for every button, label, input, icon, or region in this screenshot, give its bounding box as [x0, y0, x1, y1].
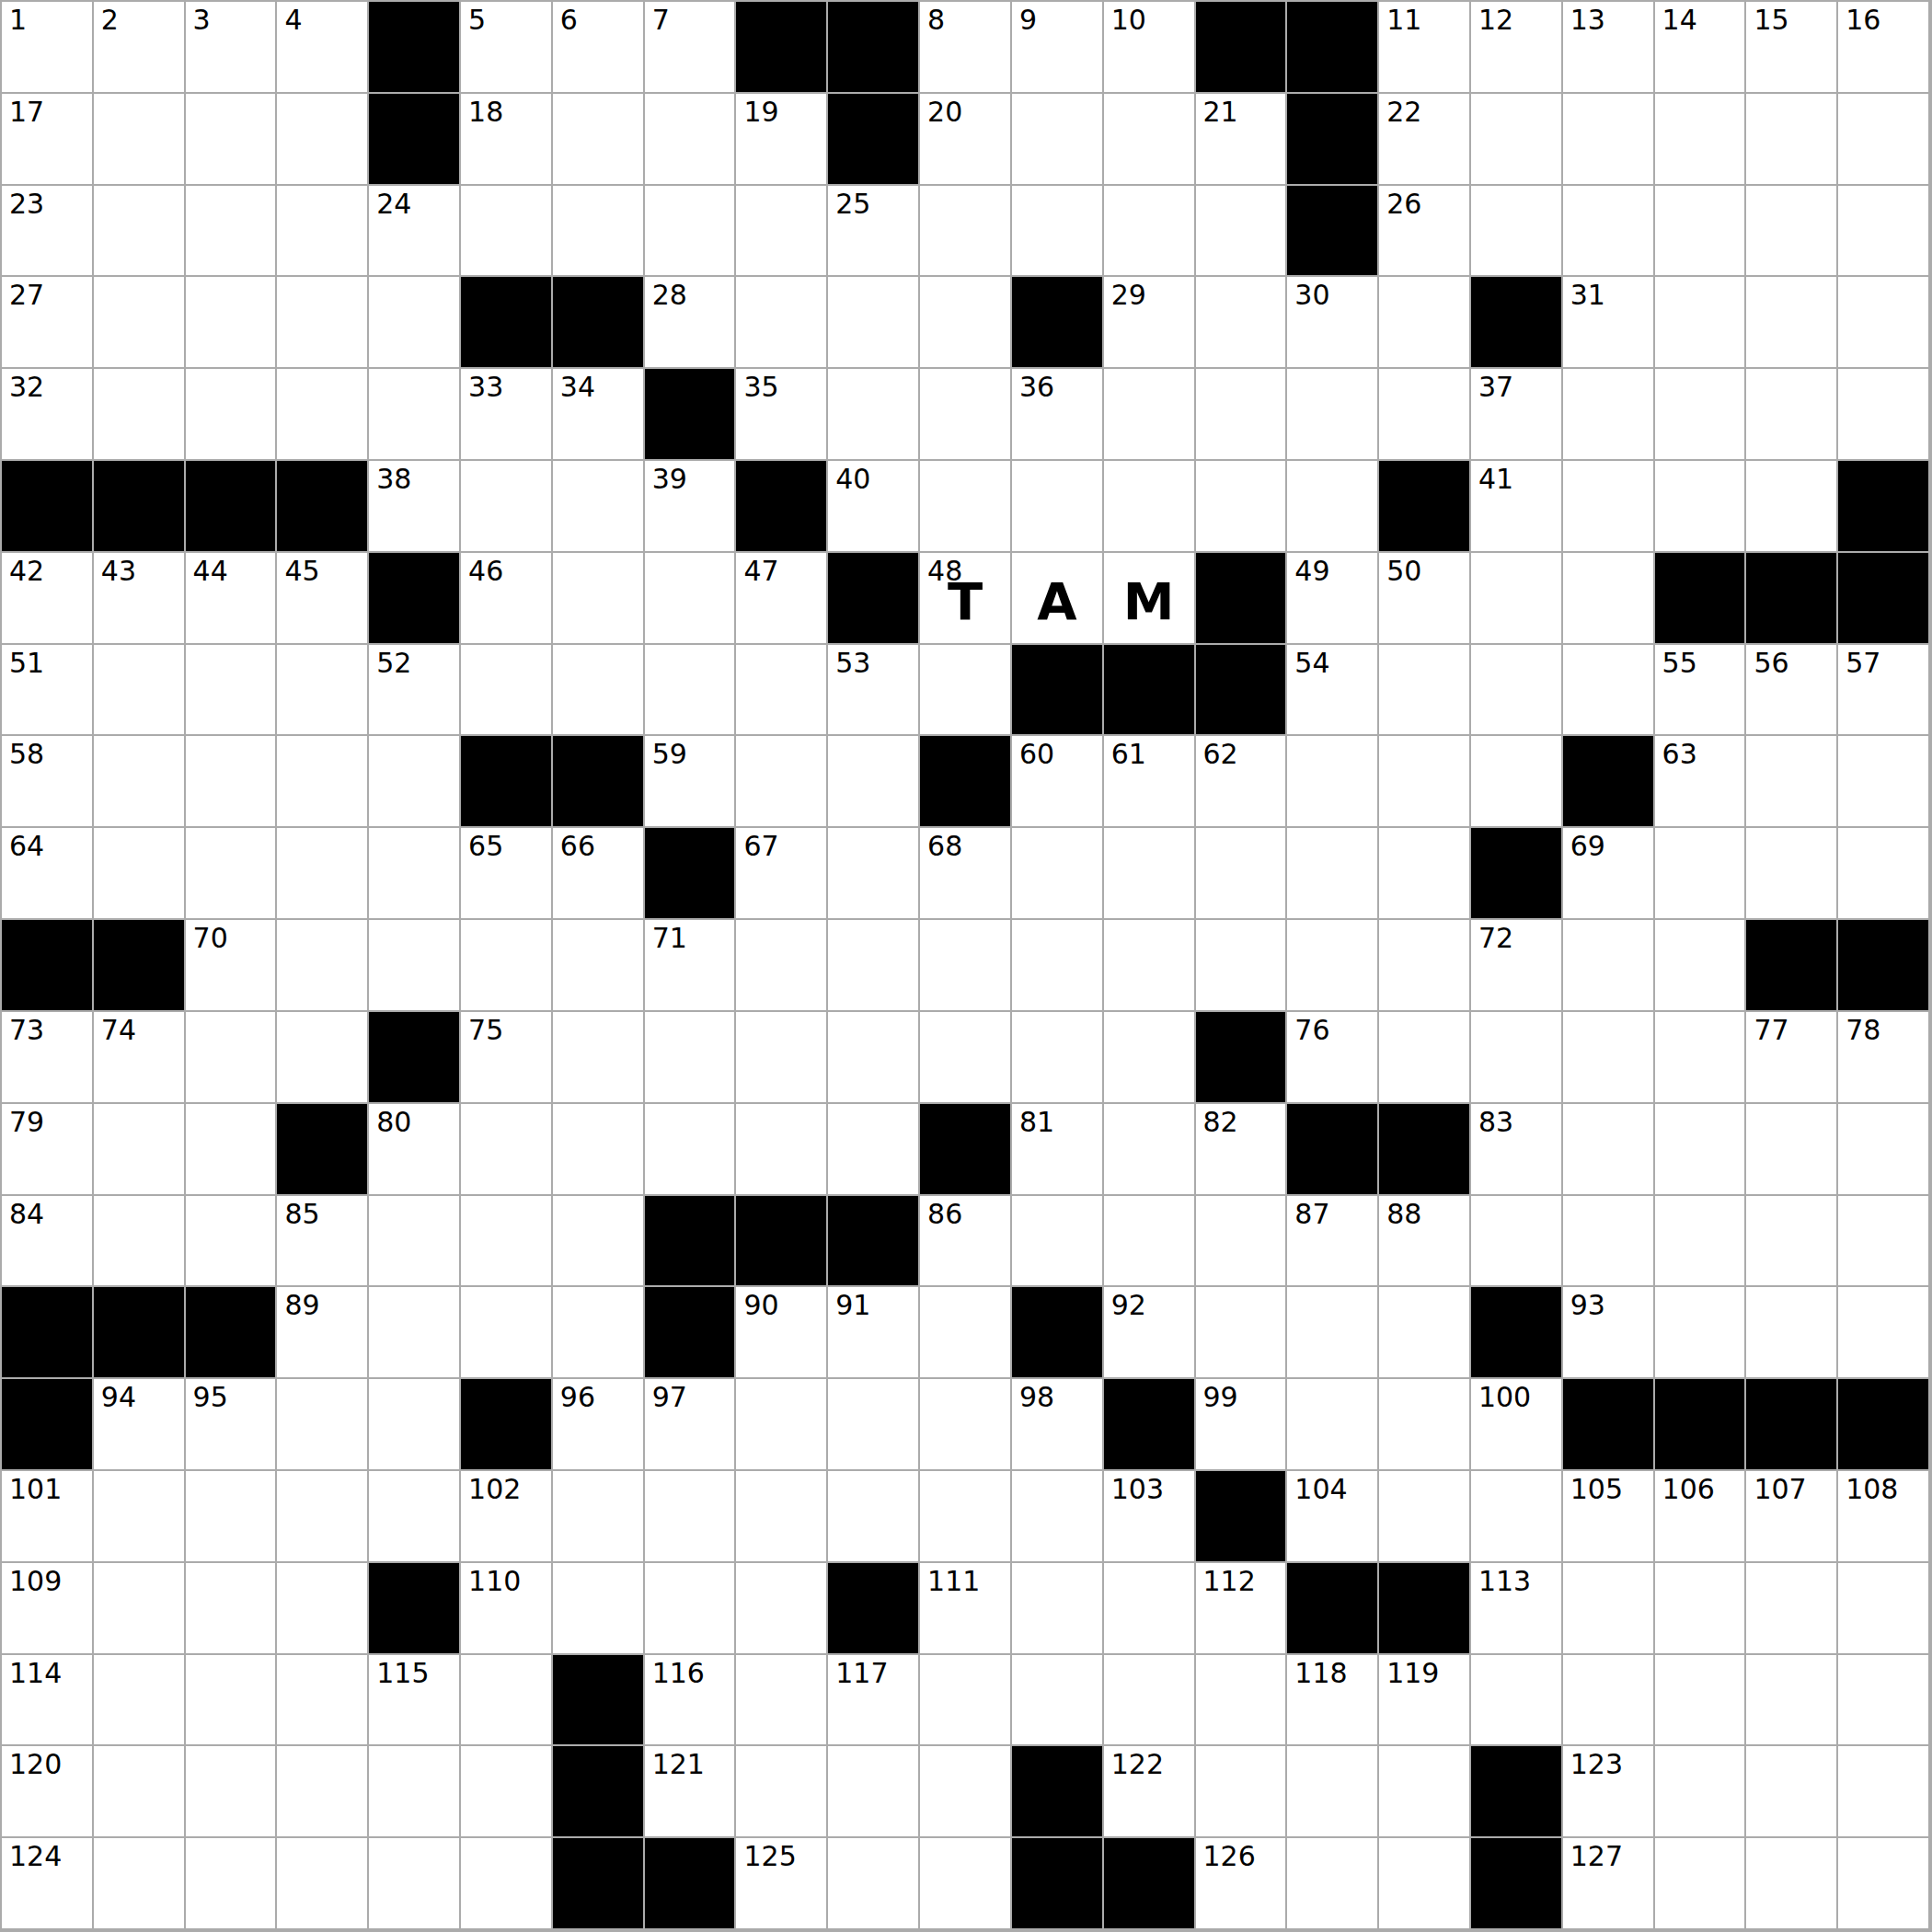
cell[interactable] — [1379, 1379, 1471, 1471]
cell[interactable] — [369, 277, 461, 369]
cell[interactable] — [1379, 369, 1471, 461]
cell[interactable] — [277, 1746, 369, 1838]
cell[interactable] — [1838, 1746, 1930, 1838]
cell[interactable]: 123 — [1563, 1746, 1655, 1838]
cell[interactable]: 114 — [2, 1655, 94, 1747]
cell[interactable] — [1838, 1655, 1930, 1747]
cell[interactable] — [645, 94, 737, 186]
cell[interactable] — [1563, 1012, 1655, 1104]
cell[interactable] — [1287, 1746, 1379, 1838]
cell[interactable] — [1838, 828, 1930, 920]
cell[interactable] — [828, 828, 920, 920]
cell[interactable]: 117 — [828, 1655, 920, 1747]
cell[interactable] — [1104, 369, 1196, 461]
cell[interactable] — [186, 277, 278, 369]
cell[interactable] — [645, 186, 737, 278]
cell[interactable] — [828, 736, 920, 828]
cell[interactable] — [277, 1012, 369, 1104]
cell[interactable]: 22 — [1379, 94, 1471, 186]
cell[interactable] — [1563, 1104, 1655, 1196]
cell[interactable] — [1012, 1471, 1104, 1563]
cell[interactable] — [1655, 1104, 1747, 1196]
cell[interactable] — [1563, 186, 1655, 278]
cell[interactable] — [553, 1287, 645, 1379]
cell[interactable]: 103 — [1104, 1471, 1196, 1563]
cell[interactable] — [94, 1838, 186, 1930]
cell[interactable] — [920, 277, 1012, 369]
cell[interactable]: 58 — [2, 736, 94, 828]
cell[interactable]: 93 — [1563, 1287, 1655, 1379]
cell[interactable] — [1287, 1287, 1379, 1379]
cell[interactable] — [94, 1746, 186, 1838]
cell[interactable] — [1379, 1287, 1471, 1379]
cell[interactable] — [553, 94, 645, 186]
cell[interactable]: 23 — [2, 186, 94, 278]
cell[interactable] — [1196, 277, 1288, 369]
cell[interactable]: 121 — [645, 1746, 737, 1838]
cell[interactable] — [186, 828, 278, 920]
cell[interactable] — [461, 920, 553, 1012]
cell[interactable]: 99 — [1196, 1379, 1288, 1471]
cell[interactable]: 52 — [369, 645, 461, 737]
cell[interactable] — [920, 920, 1012, 1012]
cell[interactable] — [186, 1563, 278, 1655]
cell[interactable] — [553, 1104, 645, 1196]
cell[interactable] — [1471, 1655, 1563, 1747]
cell[interactable] — [277, 1838, 369, 1930]
cell[interactable] — [277, 645, 369, 737]
cell[interactable]: 41 — [1471, 461, 1563, 553]
cell[interactable] — [186, 1838, 278, 1930]
cell[interactable] — [186, 1471, 278, 1563]
cell[interactable]: 69 — [1563, 828, 1655, 920]
cell[interactable] — [186, 369, 278, 461]
cell[interactable] — [1655, 1655, 1747, 1747]
cell[interactable] — [461, 1838, 553, 1930]
cell[interactable] — [1471, 1196, 1563, 1288]
cell[interactable] — [1471, 553, 1563, 645]
cell[interactable] — [1746, 1746, 1838, 1838]
cell[interactable] — [645, 1471, 737, 1563]
cell[interactable] — [1379, 277, 1471, 369]
cell[interactable] — [94, 369, 186, 461]
cell[interactable] — [1104, 1563, 1196, 1655]
cell[interactable] — [828, 1012, 920, 1104]
cell[interactable] — [186, 1196, 278, 1288]
cell[interactable]: 111 — [920, 1563, 1012, 1655]
cell[interactable] — [1563, 1655, 1655, 1747]
cell[interactable] — [645, 553, 737, 645]
cell[interactable]: 110 — [461, 1563, 553, 1655]
cell[interactable]: 42 — [2, 553, 94, 645]
cell[interactable] — [920, 1012, 1012, 1104]
cell[interactable] — [553, 553, 645, 645]
cell[interactable] — [736, 1746, 828, 1838]
cell[interactable]: 33 — [461, 369, 553, 461]
cell[interactable] — [277, 736, 369, 828]
cell[interactable] — [1655, 461, 1747, 553]
cell[interactable] — [920, 1655, 1012, 1747]
cell[interactable] — [94, 1196, 186, 1288]
cell[interactable] — [1655, 1746, 1747, 1838]
cell[interactable]: 96 — [553, 1379, 645, 1471]
cell[interactable] — [94, 94, 186, 186]
cell[interactable] — [1104, 828, 1196, 920]
cell[interactable]: 16 — [1838, 2, 1930, 94]
cell[interactable] — [1379, 736, 1471, 828]
cell[interactable]: 102 — [461, 1471, 553, 1563]
cell[interactable] — [461, 1655, 553, 1747]
cell[interactable] — [920, 186, 1012, 278]
cell[interactable] — [1655, 94, 1747, 186]
cell[interactable] — [1196, 1655, 1288, 1747]
cell[interactable]: 105 — [1563, 1471, 1655, 1563]
cell[interactable] — [1563, 1563, 1655, 1655]
cell[interactable] — [1838, 277, 1930, 369]
cell[interactable]: 10 — [1104, 2, 1196, 94]
cell[interactable] — [94, 186, 186, 278]
cell[interactable]: 45 — [277, 553, 369, 645]
cell[interactable] — [920, 1287, 1012, 1379]
cell[interactable] — [1838, 186, 1930, 278]
cell[interactable]: 67 — [736, 828, 828, 920]
cell[interactable]: 72 — [1471, 920, 1563, 1012]
cell[interactable] — [920, 1471, 1012, 1563]
cell[interactable]: 32 — [2, 369, 94, 461]
cell[interactable]: 98 — [1012, 1379, 1104, 1471]
cell[interactable] — [736, 1655, 828, 1747]
cell[interactable] — [1746, 1838, 1838, 1930]
cell[interactable] — [277, 1471, 369, 1563]
cell[interactable] — [828, 1104, 920, 1196]
cell[interactable] — [1012, 94, 1104, 186]
cell[interactable] — [94, 277, 186, 369]
cell[interactable] — [1287, 736, 1379, 828]
cell[interactable] — [828, 1379, 920, 1471]
cell[interactable]: 88 — [1379, 1196, 1471, 1288]
cell[interactable] — [1563, 553, 1655, 645]
cell[interactable] — [736, 1471, 828, 1563]
cell[interactable] — [1379, 920, 1471, 1012]
cell[interactable] — [1196, 1287, 1288, 1379]
cell[interactable]: 60 — [1012, 736, 1104, 828]
cell[interactable]: 112 — [1196, 1563, 1288, 1655]
cell[interactable] — [94, 736, 186, 828]
cell[interactable] — [369, 920, 461, 1012]
cell[interactable] — [1196, 1746, 1288, 1838]
cell[interactable] — [186, 1104, 278, 1196]
cell[interactable] — [1471, 186, 1563, 278]
cell[interactable] — [277, 920, 369, 1012]
cell[interactable] — [1471, 736, 1563, 828]
cell[interactable]: 24 — [369, 186, 461, 278]
cell[interactable]: 34 — [553, 369, 645, 461]
cell[interactable] — [920, 1379, 1012, 1471]
cell[interactable] — [277, 369, 369, 461]
cell[interactable] — [1379, 1838, 1471, 1930]
cell[interactable] — [369, 828, 461, 920]
cell[interactable] — [1746, 1563, 1838, 1655]
cell[interactable] — [645, 1104, 737, 1196]
cell[interactable]: 18 — [461, 94, 553, 186]
cell[interactable]: 84 — [2, 1196, 94, 1288]
cell[interactable] — [1563, 94, 1655, 186]
cell[interactable] — [1287, 369, 1379, 461]
cell[interactable] — [461, 1196, 553, 1288]
cell[interactable]: 68 — [920, 828, 1012, 920]
cell[interactable]: 94 — [94, 1379, 186, 1471]
cell[interactable]: 101 — [2, 1471, 94, 1563]
cell[interactable]: 66 — [553, 828, 645, 920]
cell[interactable] — [1563, 369, 1655, 461]
cell[interactable] — [277, 186, 369, 278]
cell[interactable] — [1471, 94, 1563, 186]
cell[interactable] — [1746, 828, 1838, 920]
cell[interactable] — [645, 1563, 737, 1655]
cell[interactable] — [1838, 1838, 1930, 1930]
cell[interactable] — [186, 94, 278, 186]
cell[interactable] — [1196, 920, 1288, 1012]
cell[interactable]: 78 — [1838, 1012, 1930, 1104]
cell[interactable]: 51 — [2, 645, 94, 737]
cell[interactable] — [277, 1655, 369, 1747]
cell[interactable]: 108 — [1838, 1471, 1930, 1563]
cell[interactable] — [1655, 920, 1747, 1012]
cell[interactable]: 54 — [1287, 645, 1379, 737]
cell[interactable] — [1838, 94, 1930, 186]
cell[interactable] — [828, 1746, 920, 1838]
cell[interactable]: 113 — [1471, 1563, 1563, 1655]
cell[interactable] — [1655, 1838, 1747, 1930]
cell[interactable] — [1655, 369, 1747, 461]
cell[interactable] — [1012, 461, 1104, 553]
cell[interactable]: 87 — [1287, 1196, 1379, 1288]
cell[interactable] — [920, 645, 1012, 737]
cell[interactable] — [94, 828, 186, 920]
cell[interactable]: 46 — [461, 553, 553, 645]
cell[interactable] — [1746, 1655, 1838, 1747]
cell[interactable] — [1655, 1196, 1747, 1288]
cell[interactable] — [1746, 736, 1838, 828]
cell[interactable] — [1655, 1563, 1747, 1655]
cell[interactable] — [1471, 645, 1563, 737]
cell[interactable] — [736, 920, 828, 1012]
cell[interactable] — [1655, 186, 1747, 278]
cell[interactable] — [94, 1563, 186, 1655]
cell[interactable]: 38 — [369, 461, 461, 553]
cell[interactable] — [1287, 1379, 1379, 1471]
cell[interactable]: 48T — [920, 553, 1012, 645]
cell[interactable] — [1746, 277, 1838, 369]
cell[interactable] — [461, 1104, 553, 1196]
cell[interactable] — [1471, 1012, 1563, 1104]
cell[interactable] — [1838, 1104, 1930, 1196]
cell[interactable] — [1563, 645, 1655, 737]
cell[interactable]: 12 — [1471, 2, 1563, 94]
cell[interactable] — [1104, 1104, 1196, 1196]
cell[interactable] — [920, 461, 1012, 553]
cell[interactable]: 126 — [1196, 1838, 1288, 1930]
cell[interactable]: 95 — [186, 1379, 278, 1471]
cell[interactable] — [94, 1104, 186, 1196]
cell[interactable]: 28 — [645, 277, 737, 369]
cell[interactable]: 125 — [736, 1838, 828, 1930]
cell[interactable] — [461, 645, 553, 737]
cell[interactable]: 76 — [1287, 1012, 1379, 1104]
cell[interactable] — [1655, 1012, 1747, 1104]
cell[interactable] — [1012, 1196, 1104, 1288]
cell[interactable] — [369, 1746, 461, 1838]
cell[interactable] — [369, 1287, 461, 1379]
cell[interactable] — [369, 1471, 461, 1563]
cell[interactable]: 17 — [2, 94, 94, 186]
cell[interactable]: 6 — [553, 2, 645, 94]
cell[interactable]: 119 — [1379, 1655, 1471, 1747]
cell[interactable]: 15 — [1746, 2, 1838, 94]
cell[interactable]: 27 — [2, 277, 94, 369]
cell[interactable] — [920, 1746, 1012, 1838]
cell[interactable] — [369, 1379, 461, 1471]
cell[interactable] — [920, 1838, 1012, 1930]
cell[interactable]: 14 — [1655, 2, 1747, 94]
cell[interactable]: 59 — [645, 736, 737, 828]
cell[interactable]: 85 — [277, 1196, 369, 1288]
cell[interactable] — [553, 1471, 645, 1563]
cell[interactable]: 115 — [369, 1655, 461, 1747]
cell[interactable] — [1104, 461, 1196, 553]
cell[interactable]: 37 — [1471, 369, 1563, 461]
cell[interactable] — [461, 1746, 553, 1838]
cell[interactable] — [1287, 828, 1379, 920]
cell[interactable] — [1471, 1471, 1563, 1563]
cell[interactable] — [1196, 186, 1288, 278]
cell[interactable]: 57 — [1838, 645, 1930, 737]
cell[interactable] — [1563, 1196, 1655, 1288]
cell[interactable] — [1838, 369, 1930, 461]
cell[interactable] — [920, 369, 1012, 461]
cell[interactable] — [1746, 1104, 1838, 1196]
cell[interactable]: 71 — [645, 920, 737, 1012]
cell[interactable]: 9 — [1012, 2, 1104, 94]
cell[interactable] — [369, 1196, 461, 1288]
cell[interactable]: 100 — [1471, 1379, 1563, 1471]
cell[interactable] — [277, 1563, 369, 1655]
cell[interactable]: 97 — [645, 1379, 737, 1471]
cell[interactable]: 106 — [1655, 1471, 1747, 1563]
cell[interactable]: 8 — [920, 2, 1012, 94]
cell[interactable] — [94, 645, 186, 737]
cell[interactable]: 29 — [1104, 277, 1196, 369]
cell[interactable]: 19 — [736, 94, 828, 186]
cell[interactable]: 74 — [94, 1012, 186, 1104]
cell[interactable]: 124 — [2, 1838, 94, 1930]
cell[interactable] — [1287, 1838, 1379, 1930]
cell[interactable]: 4 — [277, 2, 369, 94]
cell[interactable] — [736, 1104, 828, 1196]
cell[interactable]: A — [1012, 553, 1104, 645]
cell[interactable] — [1012, 828, 1104, 920]
cell[interactable] — [1012, 1012, 1104, 1104]
cell[interactable]: 90 — [736, 1287, 828, 1379]
cell[interactable]: 53 — [828, 645, 920, 737]
cell[interactable]: 82 — [1196, 1104, 1288, 1196]
cell[interactable] — [186, 1655, 278, 1747]
cell[interactable] — [461, 1287, 553, 1379]
cell[interactable] — [645, 645, 737, 737]
cell[interactable] — [186, 1746, 278, 1838]
cell[interactable] — [1379, 1012, 1471, 1104]
cell[interactable] — [736, 736, 828, 828]
cell[interactable]: 70 — [186, 920, 278, 1012]
cell[interactable]: 39 — [645, 461, 737, 553]
cell[interactable]: 50 — [1379, 553, 1471, 645]
cell[interactable] — [1104, 94, 1196, 186]
cell[interactable]: 13 — [1563, 2, 1655, 94]
cell[interactable]: 44 — [186, 553, 278, 645]
cell[interactable]: 43 — [94, 553, 186, 645]
cell[interactable] — [1379, 1471, 1471, 1563]
cell[interactable] — [277, 1379, 369, 1471]
cell[interactable]: 1 — [2, 2, 94, 94]
cell[interactable] — [186, 186, 278, 278]
cell[interactable]: 109 — [2, 1563, 94, 1655]
cell[interactable] — [1655, 828, 1747, 920]
cell[interactable] — [94, 1655, 186, 1747]
cell[interactable]: 92 — [1104, 1287, 1196, 1379]
cell[interactable] — [736, 645, 828, 737]
cell[interactable]: 63 — [1655, 736, 1747, 828]
cell[interactable]: 7 — [645, 2, 737, 94]
cell[interactable] — [1196, 369, 1288, 461]
cell[interactable]: 120 — [2, 1746, 94, 1838]
cell[interactable] — [828, 369, 920, 461]
cell[interactable] — [1196, 1196, 1288, 1288]
cell[interactable]: 118 — [1287, 1655, 1379, 1747]
cell[interactable] — [1012, 186, 1104, 278]
cell[interactable]: 91 — [828, 1287, 920, 1379]
cell[interactable] — [1104, 186, 1196, 278]
cell[interactable] — [277, 94, 369, 186]
cell[interactable] — [1563, 920, 1655, 1012]
cell[interactable]: 56 — [1746, 645, 1838, 737]
cell[interactable]: 65 — [461, 828, 553, 920]
cell[interactable] — [277, 828, 369, 920]
cell[interactable] — [1746, 369, 1838, 461]
cell[interactable]: 104 — [1287, 1471, 1379, 1563]
cell[interactable] — [1746, 461, 1838, 553]
cell[interactable] — [277, 277, 369, 369]
cell[interactable] — [736, 277, 828, 369]
cell[interactable]: 83 — [1471, 1104, 1563, 1196]
cell[interactable] — [186, 1012, 278, 1104]
cell[interactable]: 3 — [186, 2, 278, 94]
cell[interactable]: 81 — [1012, 1104, 1104, 1196]
cell[interactable] — [1196, 828, 1288, 920]
cell[interactable] — [553, 920, 645, 1012]
cell[interactable] — [553, 1563, 645, 1655]
cell[interactable]: 21 — [1196, 94, 1288, 186]
cell[interactable]: 61 — [1104, 736, 1196, 828]
cell[interactable] — [645, 1012, 737, 1104]
cell[interactable] — [369, 369, 461, 461]
cell[interactable]: 35 — [736, 369, 828, 461]
cell[interactable] — [1838, 736, 1930, 828]
cell[interactable] — [186, 736, 278, 828]
cell[interactable] — [369, 1838, 461, 1930]
cell[interactable]: 25 — [828, 186, 920, 278]
cell[interactable] — [1104, 1012, 1196, 1104]
cell[interactable] — [553, 461, 645, 553]
